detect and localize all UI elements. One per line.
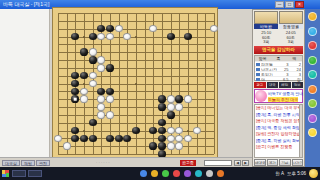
black-stone [167,111,175,119]
status-segment-대국실[interactable]: 대국실 [2,160,20,166]
taskbar-app-icon[interactable] [206,170,213,177]
black-stone [167,33,175,41]
white-stone [97,33,105,41]
info-value-white: 24 [290,67,302,71]
black-stone [71,88,79,96]
black-stone [115,135,123,143]
white-stone [123,33,131,41]
black-stone [106,135,114,143]
white-stone [97,95,105,103]
새대국-button[interactable]: 새대국 [254,159,266,166]
status-mini-button[interactable]: ◀ [234,160,241,166]
taskbar-app-icon[interactable] [162,170,169,177]
ad-character-icon [255,90,267,102]
taskbar-app-button[interactable] [12,170,26,177]
status-mini-buttons: ◀▶ [234,160,249,166]
black-stone [89,33,97,41]
chat-box[interactable]: [공지] 매너있는 대국 부탁드립니다[중계] 흑, 좌변 전투 시작[공지] … [254,104,303,158]
ad-banner[interactable]: 바둑TV 생중계 안내 오늘의 추천 대국 [254,89,303,103]
chat-line: [광고] 이벤트 진행중 [255,144,302,151]
white-stone [175,142,183,150]
info-value-black: 3 [277,72,289,76]
info-row: 덤6.5집 [255,76,302,81]
rank-icon[interactable] [308,99,317,108]
info-row: 남은시간2524 [255,66,302,71]
white-player-card: 청풍명월 [279,11,303,29]
black-stone [106,64,114,72]
white-stone [167,142,175,150]
star-point [187,83,189,85]
white-stone [97,111,105,119]
tray-smiley-icon[interactable] [309,169,318,178]
white-stone [193,127,201,135]
last-move-marker [74,98,77,101]
info-value-white: 집 [290,77,302,81]
star-point [187,130,189,132]
star-point [135,83,137,85]
black-stone [175,95,183,103]
info-value-black: 3 [277,62,289,66]
black-stone [132,127,140,135]
taskbar-app-icon[interactable] [184,170,191,177]
panel-buttons: 새대국계가기권나가기 [254,159,303,166]
white-stone [106,33,114,41]
game-info-rows: 잡은돌32남은시간2524초읽기33덤6.5집 [255,61,302,81]
star-point [83,83,85,85]
info-row: 잡은돌32 [255,61,302,66]
white-stone [167,95,175,103]
info-label: 남은시간 [261,67,277,71]
black-stone [89,119,97,127]
black-stone [97,88,105,96]
info-label: 덤 [261,77,277,81]
system-tray: 한 A 오후 5:06 [275,167,306,180]
windows-taskbar: 한 A 오후 5:06 [0,167,320,180]
white-player-avatar [279,11,303,24]
black-stone [71,72,79,80]
white-stone [80,88,88,96]
black-stone [106,88,114,96]
info-value-white: 3 [290,72,302,76]
black-player-name: 바둑왕 [254,24,278,29]
black-stone [71,127,79,135]
event-banner[interactable]: 명국을 감상하라 [254,46,303,54]
ad-badge: 광고중 [180,160,196,166]
taskbar-app-icon[interactable] [173,170,180,177]
info-col-header: 백 [286,56,302,61]
white-stone [175,127,183,135]
time-value: 3회 [254,40,279,45]
row-bullet-icon [256,73,260,76]
info-col-header: 항목 [255,56,271,61]
white-player-name: 청풍명월 [279,24,303,29]
white-stone [184,95,192,103]
taskbar-app-icon[interactable] [195,170,202,177]
info-value-white: 2 [290,62,302,66]
star-point [83,130,85,132]
info-label: 초읽기 [261,72,277,76]
grid-line [205,13,206,154]
black-player-card: 바둑왕 [254,11,278,29]
status-bar: 대국실채팅관전 · · · · · · 광고중 ◀▶ [0,157,252,167]
time-row: 3회3회 [254,40,303,45]
status-segments: 대국실채팅관전 [2,160,50,166]
white-stone [63,142,71,150]
black-stone [89,135,97,143]
grid-line [58,107,214,108]
white-stone [175,103,183,111]
chat-scrollbar[interactable] [299,105,302,157]
game-info-header: 항목흑백 [255,56,302,61]
grid-line [214,13,215,154]
ad-text-line2: 오늘의 추천 대국 [268,97,298,102]
white-stone [210,25,218,33]
white-stone [80,95,88,103]
chat-lines: [공지] 매너있는 대국 부탁드립니다[중계] 흑, 좌변 전투 시작[공지] … [255,105,302,151]
taskbar-icons [140,170,224,177]
time-value: 3회 [279,40,304,45]
event-icon[interactable] [308,85,317,94]
game-info-box: 항목흑백 잡은돌32남은시간2524초읽기33덤6.5집 [254,55,303,81]
left-sidebar [0,9,50,157]
나가기-button[interactable]: 나가기 [292,159,304,166]
black-stone [158,142,166,150]
panel-tab-광고[interactable]: 광고 [254,82,266,88]
status-mini-button[interactable]: ▶ [242,160,249,166]
home-icon[interactable] [308,12,317,21]
grid-line [58,123,214,124]
mail-icon[interactable] [308,27,317,36]
status-segment-채팅[interactable]: 채팅 [21,160,35,166]
white-stone [167,127,175,135]
white-stone [89,80,97,88]
black-stone [71,33,79,41]
white-stone [115,25,123,33]
black-stone [158,95,166,103]
black-player-avatar [254,11,278,24]
smile-icon[interactable] [308,128,317,137]
gift-icon[interactable] [308,114,317,123]
black-stone [80,48,88,56]
black-stone [158,127,166,135]
black-stone [97,25,105,33]
계가-button[interactable]: 계가 [267,159,279,166]
white-stone [97,56,105,64]
panel-tab-채팅[interactable]: 채팅 [279,82,291,88]
taskbar-app-icon[interactable] [217,170,224,177]
right-panel: 바둑왕 청풍명월 25:1024:0560초60초3회3회 명국을 감상하라 항… [252,9,305,167]
black-stone [158,103,166,111]
shop-icon[interactable] [308,70,317,79]
white-stone [167,135,175,143]
black-stone [149,142,157,150]
info-value-black: 25 [277,67,289,71]
panel-tabs: 광고대국채팅정보 [254,82,303,88]
black-stone [106,25,114,33]
white-stone [106,95,114,103]
black-stone [149,127,157,135]
black-stone [89,56,97,64]
window-title: 바둑 대국실 - [제1국] [3,0,49,9]
white-stone [175,135,183,143]
time-table: 25:1024:0560초60초3회3회 [254,31,303,45]
black-stone [80,72,88,80]
taskbar-app-icon[interactable] [151,170,158,177]
panel-tab-대국[interactable]: 대국 [267,82,279,88]
black-stone [71,135,79,143]
black-stone [80,135,88,143]
white-stone [89,48,97,56]
right-toolbar [305,9,320,167]
grid-line [58,154,214,155]
star-point [135,36,137,38]
white-stone [89,72,97,80]
chat-line: [공지] 매너있는 대국 부탁드립니다 [255,105,302,112]
black-stone [184,33,192,41]
info-label: 잡은돌 [261,62,277,66]
black-stone [123,135,131,143]
white-stone [149,25,157,33]
window-controls: ─ □ × [275,1,304,8]
row-bullet-icon [256,78,260,81]
star-point [83,36,85,38]
black-stone [71,80,79,88]
chat-line: [공지] 대국중 채팅은 정중하게 [255,118,302,125]
row-bullet-icon [256,63,260,66]
taskbar-app-buttons [12,170,42,177]
taskbar-app-icon[interactable] [140,170,147,177]
chat-input[interactable] [204,160,232,166]
row-bullet-icon [256,68,260,71]
board-panel [50,9,252,157]
black-stone [71,95,79,103]
white-stone [97,64,105,72]
grid-line [58,146,214,147]
white-stone [97,103,105,111]
tray-ime-label[interactable]: 한 A [275,171,284,176]
white-stone [167,103,175,111]
white-stone [184,135,192,143]
status-segment-관전[interactable]: 관전 [36,160,50,166]
info-row: 초읽기33 [255,71,302,76]
black-stone [158,135,166,143]
taskbar-app-button[interactable] [28,170,42,177]
close-button[interactable]: × [295,1,304,8]
tray-clock[interactable]: 오후 5:06 [287,171,306,176]
panel-tab-정보[interactable]: 정보 [292,82,304,88]
white-stone [106,111,114,119]
ad-text-line1: 바둑TV 생중계 안내 [268,91,303,96]
info-col-header: 흑 [271,56,287,61]
black-stone [158,119,166,127]
grid-line [145,13,146,154]
grid-line [58,115,214,116]
maximize-button[interactable]: □ [285,1,294,8]
white-stone [54,135,62,143]
기권-button[interactable]: 기권 [279,159,291,166]
info-value-black: 6.5 [277,77,289,81]
buddy-icon[interactable] [308,56,317,65]
app-window: 바둑 대국실 - [제1국] ─ □ × 바둑왕 청풍명월 25:1024:05… [0,0,320,180]
minimize-button[interactable]: ─ [275,1,284,8]
go-board[interactable] [52,7,218,158]
alarm-icon[interactable] [308,41,317,50]
status-dots: · · · · · · [96,160,110,166]
start-button-icon[interactable] [2,170,9,177]
chat-line: [알림] 관전자 입장하였습니다 [255,131,302,138]
